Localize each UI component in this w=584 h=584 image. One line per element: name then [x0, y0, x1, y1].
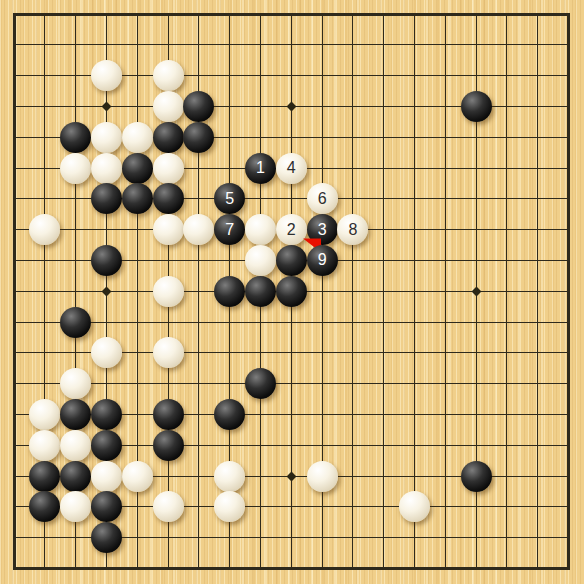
white-stone — [91, 461, 122, 492]
black-stone — [91, 399, 122, 430]
white-stone — [60, 430, 91, 461]
white-stone — [60, 491, 91, 522]
white-stone — [153, 91, 184, 122]
white-stone — [91, 60, 122, 91]
grid-line-vertical — [567, 13, 570, 571]
black-stone — [29, 461, 60, 492]
star-point — [286, 101, 296, 111]
white-stone — [91, 122, 122, 153]
grid-line-vertical — [352, 13, 353, 571]
black-stone — [122, 153, 153, 184]
white-stone — [307, 461, 338, 492]
move-7-stone: 7 — [214, 214, 245, 245]
white-stone — [399, 491, 430, 522]
grid-line-vertical — [445, 13, 446, 571]
white-stone — [214, 461, 245, 492]
white-stone — [153, 153, 184, 184]
move-number: 3 — [318, 222, 327, 238]
move-1-stone: 1 — [245, 153, 276, 184]
black-stone — [60, 399, 91, 430]
move-number: 4 — [287, 160, 296, 176]
move-number: 6 — [318, 191, 327, 207]
black-stone — [214, 276, 245, 307]
star-point — [286, 471, 296, 481]
move-number: 5 — [225, 191, 234, 207]
white-stone — [153, 60, 184, 91]
black-stone — [183, 91, 214, 122]
black-stone — [91, 491, 122, 522]
black-stone — [153, 399, 184, 430]
black-stone — [153, 430, 184, 461]
move-9-stone: 9 — [307, 245, 338, 276]
black-stone — [461, 91, 492, 122]
grid-line-vertical — [383, 13, 384, 571]
grid-line-vertical — [537, 13, 538, 571]
black-stone — [122, 183, 153, 214]
star-point — [101, 286, 111, 296]
white-stone — [183, 214, 214, 245]
black-stone — [91, 522, 122, 553]
black-stone — [183, 122, 214, 153]
white-stone — [214, 491, 245, 522]
move-number: 8 — [348, 222, 357, 238]
black-stone — [91, 245, 122, 276]
white-stone — [245, 214, 276, 245]
white-stone — [91, 337, 122, 368]
grid-line-vertical — [506, 13, 507, 571]
black-stone — [276, 245, 307, 276]
grid-line-vertical — [414, 13, 415, 571]
star-point — [101, 101, 111, 111]
move-6-stone: 6 — [307, 183, 338, 214]
black-stone — [91, 430, 122, 461]
move-8-stone: 8 — [337, 214, 368, 245]
black-stone — [153, 183, 184, 214]
white-stone — [122, 122, 153, 153]
black-stone — [60, 307, 91, 338]
white-stone — [29, 399, 60, 430]
move-number: 7 — [225, 222, 234, 238]
white-stone — [153, 214, 184, 245]
black-stone — [60, 461, 91, 492]
move-4-stone: 4 — [276, 153, 307, 184]
move-number: 1 — [256, 160, 265, 176]
grid-line-horizontal — [13, 567, 571, 570]
black-stone — [29, 491, 60, 522]
grid-line-horizontal — [13, 383, 571, 384]
white-stone — [153, 337, 184, 368]
white-stone — [91, 153, 122, 184]
black-stone — [60, 122, 91, 153]
move-number: 2 — [287, 222, 296, 238]
move-number: 9 — [318, 252, 327, 268]
black-stone — [276, 276, 307, 307]
star-point — [471, 286, 481, 296]
white-stone — [60, 368, 91, 399]
black-stone — [214, 399, 245, 430]
white-stone — [29, 430, 60, 461]
black-stone — [91, 183, 122, 214]
move-2-stone: 2 — [276, 214, 307, 245]
white-stone — [153, 491, 184, 522]
go-board[interactable]: 145672389 — [0, 0, 584, 584]
black-stone — [153, 122, 184, 153]
grid-line-horizontal — [13, 322, 571, 323]
black-stone — [245, 368, 276, 399]
move-5-stone: 5 — [214, 183, 245, 214]
white-stone — [29, 214, 60, 245]
black-stone — [245, 276, 276, 307]
white-stone — [122, 461, 153, 492]
white-stone — [60, 153, 91, 184]
white-stone — [153, 276, 184, 307]
white-stone — [245, 245, 276, 276]
black-stone — [461, 461, 492, 492]
